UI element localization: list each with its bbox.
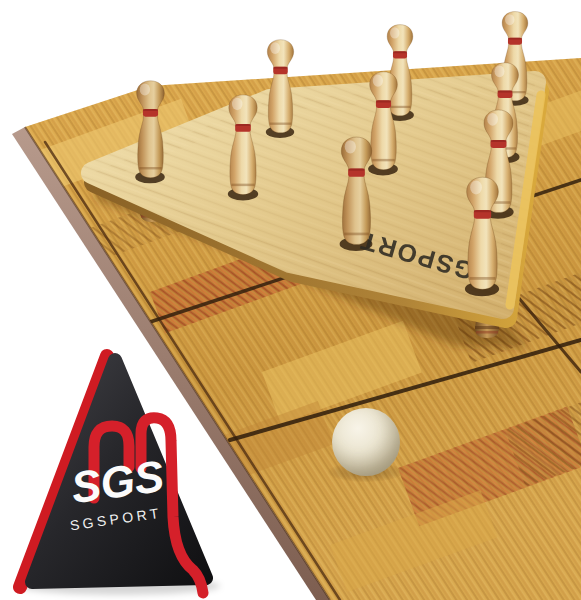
pin-7 — [130, 78, 171, 180]
bowling-ball — [332, 408, 400, 476]
pin-8 — [261, 37, 300, 135]
product-photo-scene: SGSPORT SGS SGSPORT — [0, 0, 581, 600]
pin-1 — [459, 174, 506, 292]
pin-4 — [222, 92, 264, 197]
pin-2 — [334, 134, 379, 247]
carry-bag: SGS SGSPORT — [0, 340, 250, 600]
